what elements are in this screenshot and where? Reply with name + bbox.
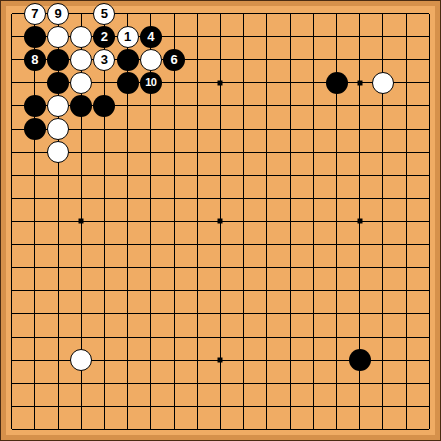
intersection-14-10[interactable]: [302, 210, 325, 233]
intersection-9-14[interactable]: [186, 302, 209, 325]
intersection-8-11[interactable]: [162, 233, 185, 256]
intersection-19-1[interactable]: [418, 2, 441, 25]
intersection-4-12[interactable]: [70, 256, 93, 279]
intersection-2-2[interactable]: [23, 25, 46, 48]
intersection-14-17[interactable]: [302, 372, 325, 395]
intersection-19-16[interactable]: [418, 349, 441, 372]
intersection-16-4[interactable]: [348, 71, 371, 94]
intersection-16-8[interactable]: [348, 164, 371, 187]
intersection-6-4[interactable]: [116, 71, 139, 94]
intersection-16-14[interactable]: [348, 302, 371, 325]
intersection-4-7[interactable]: [70, 141, 93, 164]
intersection-10-19[interactable]: [209, 418, 232, 441]
intersection-10-16[interactable]: [209, 349, 232, 372]
intersection-5-14[interactable]: [93, 302, 116, 325]
intersection-16-16[interactable]: [348, 349, 371, 372]
intersection-5-1[interactable]: 5: [93, 2, 116, 25]
intersection-15-2[interactable]: [325, 25, 348, 48]
intersection-18-15[interactable]: [395, 325, 418, 348]
intersection-11-6[interactable]: [232, 118, 255, 141]
intersection-15-19[interactable]: [325, 418, 348, 441]
intersection-5-12[interactable]: [93, 256, 116, 279]
intersection-18-16[interactable]: [395, 349, 418, 372]
intersection-8-15[interactable]: [162, 325, 185, 348]
intersection-11-11[interactable]: [232, 233, 255, 256]
intersection-1-3[interactable]: [0, 48, 23, 71]
intersection-17-11[interactable]: [371, 233, 394, 256]
intersection-2-5[interactable]: [23, 94, 46, 117]
intersection-7-15[interactable]: [139, 325, 162, 348]
intersection-9-12[interactable]: [186, 256, 209, 279]
intersection-6-18[interactable]: [116, 395, 139, 418]
intersection-13-11[interactable]: [279, 233, 302, 256]
intersection-14-16[interactable]: [302, 349, 325, 372]
intersection-6-13[interactable]: [116, 279, 139, 302]
intersection-14-8[interactable]: [302, 164, 325, 187]
intersection-8-2[interactable]: [162, 25, 185, 48]
intersection-17-3[interactable]: [371, 48, 394, 71]
intersection-2-19[interactable]: [23, 418, 46, 441]
intersection-11-12[interactable]: [232, 256, 255, 279]
intersection-8-3[interactable]: 6: [162, 48, 185, 71]
intersection-6-1[interactable]: [116, 2, 139, 25]
intersection-15-13[interactable]: [325, 279, 348, 302]
intersection-17-10[interactable]: [371, 210, 394, 233]
intersection-6-7[interactable]: [116, 141, 139, 164]
intersection-1-10[interactable]: [0, 210, 23, 233]
intersection-11-1[interactable]: [232, 2, 255, 25]
intersection-16-12[interactable]: [348, 256, 371, 279]
intersection-11-5[interactable]: [232, 94, 255, 117]
intersection-9-17[interactable]: [186, 372, 209, 395]
intersection-9-7[interactable]: [186, 141, 209, 164]
intersection-13-14[interactable]: [279, 302, 302, 325]
intersection-12-16[interactable]: [255, 349, 278, 372]
intersection-17-16[interactable]: [371, 349, 394, 372]
intersection-18-3[interactable]: [395, 48, 418, 71]
intersection-5-9[interactable]: [93, 187, 116, 210]
intersection-1-1[interactable]: [0, 2, 23, 25]
intersection-9-4[interactable]: [186, 71, 209, 94]
intersection-14-11[interactable]: [302, 233, 325, 256]
intersection-10-5[interactable]: [209, 94, 232, 117]
intersection-4-3[interactable]: [70, 48, 93, 71]
intersection-9-18[interactable]: [186, 395, 209, 418]
intersection-11-9[interactable]: [232, 187, 255, 210]
intersection-4-5[interactable]: [70, 94, 93, 117]
intersection-16-19[interactable]: [348, 418, 371, 441]
intersection-17-9[interactable]: [371, 187, 394, 210]
intersection-19-11[interactable]: [418, 233, 441, 256]
intersection-8-12[interactable]: [162, 256, 185, 279]
intersection-1-9[interactable]: [0, 187, 23, 210]
intersection-18-1[interactable]: [395, 2, 418, 25]
intersection-18-18[interactable]: [395, 395, 418, 418]
intersection-16-17[interactable]: [348, 372, 371, 395]
intersection-14-14[interactable]: [302, 302, 325, 325]
intersection-2-17[interactable]: [23, 372, 46, 395]
intersection-5-6[interactable]: [93, 118, 116, 141]
intersection-16-15[interactable]: [348, 325, 371, 348]
intersection-8-14[interactable]: [162, 302, 185, 325]
intersection-19-6[interactable]: [418, 118, 441, 141]
intersection-6-8[interactable]: [116, 164, 139, 187]
intersection-11-4[interactable]: [232, 71, 255, 94]
intersection-13-15[interactable]: [279, 325, 302, 348]
intersection-11-14[interactable]: [232, 302, 255, 325]
intersection-17-17[interactable]: [371, 372, 394, 395]
intersection-3-5[interactable]: [46, 94, 69, 117]
intersection-15-10[interactable]: [325, 210, 348, 233]
intersection-18-4[interactable]: [395, 71, 418, 94]
intersection-3-1[interactable]: 9: [46, 2, 69, 25]
intersection-7-13[interactable]: [139, 279, 162, 302]
intersection-17-4[interactable]: [371, 71, 394, 94]
intersection-3-11[interactable]: [46, 233, 69, 256]
intersection-14-15[interactable]: [302, 325, 325, 348]
intersection-15-7[interactable]: [325, 141, 348, 164]
intersection-4-11[interactable]: [70, 233, 93, 256]
intersection-8-4[interactable]: [162, 71, 185, 94]
intersection-13-3[interactable]: [279, 48, 302, 71]
intersection-19-12[interactable]: [418, 256, 441, 279]
intersection-18-7[interactable]: [395, 141, 418, 164]
intersection-13-10[interactable]: [279, 210, 302, 233]
intersection-10-6[interactable]: [209, 118, 232, 141]
intersection-17-18[interactable]: [371, 395, 394, 418]
intersection-1-5[interactable]: [0, 94, 23, 117]
intersection-17-12[interactable]: [371, 256, 394, 279]
intersection-19-19[interactable]: [418, 418, 441, 441]
intersection-11-13[interactable]: [232, 279, 255, 302]
intersection-1-12[interactable]: [0, 256, 23, 279]
intersection-12-14[interactable]: [255, 302, 278, 325]
intersection-8-9[interactable]: [162, 187, 185, 210]
intersection-16-13[interactable]: [348, 279, 371, 302]
intersection-1-8[interactable]: [0, 164, 23, 187]
intersection-2-6[interactable]: [23, 118, 46, 141]
intersection-17-5[interactable]: [371, 94, 394, 117]
intersection-3-4[interactable]: [46, 71, 69, 94]
intersection-7-5[interactable]: [139, 94, 162, 117]
intersection-3-12[interactable]: [46, 256, 69, 279]
intersection-15-3[interactable]: [325, 48, 348, 71]
intersection-18-11[interactable]: [395, 233, 418, 256]
intersection-17-15[interactable]: [371, 325, 394, 348]
intersection-7-17[interactable]: [139, 372, 162, 395]
intersection-11-7[interactable]: [232, 141, 255, 164]
intersection-8-6[interactable]: [162, 118, 185, 141]
intersection-7-4[interactable]: 10: [139, 71, 162, 94]
intersection-2-4[interactable]: [23, 71, 46, 94]
intersection-17-8[interactable]: [371, 164, 394, 187]
intersection-5-7[interactable]: [93, 141, 116, 164]
intersection-7-3[interactable]: [139, 48, 162, 71]
intersection-14-6[interactable]: [302, 118, 325, 141]
intersection-6-2[interactable]: 1: [116, 25, 139, 48]
intersection-18-12[interactable]: [395, 256, 418, 279]
intersection-18-9[interactable]: [395, 187, 418, 210]
intersection-15-11[interactable]: [325, 233, 348, 256]
intersection-14-3[interactable]: [302, 48, 325, 71]
intersection-7-8[interactable]: [139, 164, 162, 187]
intersection-19-13[interactable]: [418, 279, 441, 302]
intersection-5-15[interactable]: [93, 325, 116, 348]
intersection-10-10[interactable]: [209, 210, 232, 233]
intersection-3-6[interactable]: [46, 118, 69, 141]
intersection-18-5[interactable]: [395, 94, 418, 117]
intersection-16-5[interactable]: [348, 94, 371, 117]
intersection-4-10[interactable]: [70, 210, 93, 233]
intersection-17-2[interactable]: [371, 25, 394, 48]
intersection-2-8[interactable]: [23, 164, 46, 187]
intersection-7-7[interactable]: [139, 141, 162, 164]
intersection-11-15[interactable]: [232, 325, 255, 348]
intersection-2-13[interactable]: [23, 279, 46, 302]
intersection-2-15[interactable]: [23, 325, 46, 348]
intersection-12-7[interactable]: [255, 141, 278, 164]
intersection-9-19[interactable]: [186, 418, 209, 441]
intersection-8-13[interactable]: [162, 279, 185, 302]
intersection-10-15[interactable]: [209, 325, 232, 348]
intersection-4-14[interactable]: [70, 302, 93, 325]
intersection-7-16[interactable]: [139, 349, 162, 372]
intersection-5-5[interactable]: [93, 94, 116, 117]
intersection-15-15[interactable]: [325, 325, 348, 348]
intersection-13-19[interactable]: [279, 418, 302, 441]
intersection-15-8[interactable]: [325, 164, 348, 187]
intersection-5-2[interactable]: 2: [93, 25, 116, 48]
intersection-15-17[interactable]: [325, 372, 348, 395]
intersection-3-2[interactable]: [46, 25, 69, 48]
intersection-4-17[interactable]: [70, 372, 93, 395]
intersection-17-6[interactable]: [371, 118, 394, 141]
intersection-10-17[interactable]: [209, 372, 232, 395]
intersection-3-9[interactable]: [46, 187, 69, 210]
intersection-14-1[interactable]: [302, 2, 325, 25]
intersection-9-6[interactable]: [186, 118, 209, 141]
intersection-1-19[interactable]: [0, 418, 23, 441]
intersection-10-12[interactable]: [209, 256, 232, 279]
intersection-19-18[interactable]: [418, 395, 441, 418]
intersection-4-19[interactable]: [70, 418, 93, 441]
intersection-18-6[interactable]: [395, 118, 418, 141]
intersection-1-18[interactable]: [0, 395, 23, 418]
intersection-7-6[interactable]: [139, 118, 162, 141]
intersection-15-6[interactable]: [325, 118, 348, 141]
intersection-1-16[interactable]: [0, 349, 23, 372]
intersection-1-4[interactable]: [0, 71, 23, 94]
intersection-10-4[interactable]: [209, 71, 232, 94]
intersection-17-19[interactable]: [371, 418, 394, 441]
intersection-11-19[interactable]: [232, 418, 255, 441]
intersection-17-14[interactable]: [371, 302, 394, 325]
intersection-19-14[interactable]: [418, 302, 441, 325]
intersection-9-11[interactable]: [186, 233, 209, 256]
intersection-3-19[interactable]: [46, 418, 69, 441]
intersection-2-7[interactable]: [23, 141, 46, 164]
intersection-13-4[interactable]: [279, 71, 302, 94]
intersection-16-1[interactable]: [348, 2, 371, 25]
intersection-11-18[interactable]: [232, 395, 255, 418]
intersection-12-9[interactable]: [255, 187, 278, 210]
intersection-1-13[interactable]: [0, 279, 23, 302]
intersection-4-1[interactable]: [70, 2, 93, 25]
intersection-6-14[interactable]: [116, 302, 139, 325]
intersection-10-18[interactable]: [209, 395, 232, 418]
intersection-9-9[interactable]: [186, 187, 209, 210]
intersection-14-19[interactable]: [302, 418, 325, 441]
intersection-7-10[interactable]: [139, 210, 162, 233]
intersection-10-8[interactable]: [209, 164, 232, 187]
intersection-3-16[interactable]: [46, 349, 69, 372]
intersection-13-6[interactable]: [279, 118, 302, 141]
intersection-4-16[interactable]: [70, 349, 93, 372]
intersection-9-2[interactable]: [186, 25, 209, 48]
intersection-9-5[interactable]: [186, 94, 209, 117]
intersection-12-17[interactable]: [255, 372, 278, 395]
intersection-8-7[interactable]: [162, 141, 185, 164]
intersection-19-15[interactable]: [418, 325, 441, 348]
intersection-4-18[interactable]: [70, 395, 93, 418]
intersection-13-2[interactable]: [279, 25, 302, 48]
intersection-4-8[interactable]: [70, 164, 93, 187]
intersection-12-1[interactable]: [255, 2, 278, 25]
intersection-16-11[interactable]: [348, 233, 371, 256]
intersection-3-17[interactable]: [46, 372, 69, 395]
intersection-6-5[interactable]: [116, 94, 139, 117]
intersection-12-2[interactable]: [255, 25, 278, 48]
intersection-10-1[interactable]: [209, 2, 232, 25]
intersection-1-15[interactable]: [0, 325, 23, 348]
intersection-3-14[interactable]: [46, 302, 69, 325]
intersection-7-19[interactable]: [139, 418, 162, 441]
intersection-14-7[interactable]: [302, 141, 325, 164]
intersection-9-13[interactable]: [186, 279, 209, 302]
intersection-5-16[interactable]: [93, 349, 116, 372]
intersection-18-17[interactable]: [395, 372, 418, 395]
intersection-9-3[interactable]: [186, 48, 209, 71]
intersection-11-10[interactable]: [232, 210, 255, 233]
intersection-6-16[interactable]: [116, 349, 139, 372]
intersection-5-17[interactable]: [93, 372, 116, 395]
intersection-19-4[interactable]: [418, 71, 441, 94]
intersection-17-1[interactable]: [371, 2, 394, 25]
intersection-8-10[interactable]: [162, 210, 185, 233]
intersection-1-11[interactable]: [0, 233, 23, 256]
intersection-7-18[interactable]: [139, 395, 162, 418]
intersection-5-10[interactable]: [93, 210, 116, 233]
intersection-16-10[interactable]: [348, 210, 371, 233]
intersection-12-13[interactable]: [255, 279, 278, 302]
intersection-7-1[interactable]: [139, 2, 162, 25]
intersection-3-8[interactable]: [46, 164, 69, 187]
intersection-14-5[interactable]: [302, 94, 325, 117]
intersection-5-3[interactable]: 3: [93, 48, 116, 71]
intersection-6-6[interactable]: [116, 118, 139, 141]
intersection-12-12[interactable]: [255, 256, 278, 279]
intersection-18-2[interactable]: [395, 25, 418, 48]
intersection-8-8[interactable]: [162, 164, 185, 187]
intersection-15-9[interactable]: [325, 187, 348, 210]
intersection-2-18[interactable]: [23, 395, 46, 418]
intersection-19-3[interactable]: [418, 48, 441, 71]
intersection-15-5[interactable]: [325, 94, 348, 117]
intersection-4-9[interactable]: [70, 187, 93, 210]
intersection-6-15[interactable]: [116, 325, 139, 348]
intersection-10-13[interactable]: [209, 279, 232, 302]
intersection-5-13[interactable]: [93, 279, 116, 302]
intersection-13-13[interactable]: [279, 279, 302, 302]
intersection-19-7[interactable]: [418, 141, 441, 164]
intersection-13-5[interactable]: [279, 94, 302, 117]
intersection-9-8[interactable]: [186, 164, 209, 187]
intersection-1-7[interactable]: [0, 141, 23, 164]
intersection-14-13[interactable]: [302, 279, 325, 302]
intersection-3-15[interactable]: [46, 325, 69, 348]
intersection-15-4[interactable]: [325, 71, 348, 94]
intersection-7-9[interactable]: [139, 187, 162, 210]
intersection-7-14[interactable]: [139, 302, 162, 325]
intersection-13-9[interactable]: [279, 187, 302, 210]
intersection-15-18[interactable]: [325, 395, 348, 418]
intersection-18-8[interactable]: [395, 164, 418, 187]
intersection-11-8[interactable]: [232, 164, 255, 187]
intersection-2-10[interactable]: [23, 210, 46, 233]
intersection-11-2[interactable]: [232, 25, 255, 48]
intersection-16-7[interactable]: [348, 141, 371, 164]
intersection-19-8[interactable]: [418, 164, 441, 187]
intersection-2-9[interactable]: [23, 187, 46, 210]
intersection-6-3[interactable]: [116, 48, 139, 71]
intersection-11-17[interactable]: [232, 372, 255, 395]
intersection-11-3[interactable]: [232, 48, 255, 71]
intersection-2-12[interactable]: [23, 256, 46, 279]
intersection-15-1[interactable]: [325, 2, 348, 25]
intersection-16-6[interactable]: [348, 118, 371, 141]
intersection-13-8[interactable]: [279, 164, 302, 187]
intersection-3-10[interactable]: [46, 210, 69, 233]
intersection-19-9[interactable]: [418, 187, 441, 210]
intersection-12-3[interactable]: [255, 48, 278, 71]
intersection-14-2[interactable]: [302, 25, 325, 48]
intersection-16-18[interactable]: [348, 395, 371, 418]
intersection-14-12[interactable]: [302, 256, 325, 279]
intersection-19-2[interactable]: [418, 25, 441, 48]
intersection-16-9[interactable]: [348, 187, 371, 210]
intersection-3-7[interactable]: [46, 141, 69, 164]
intersection-6-17[interactable]: [116, 372, 139, 395]
intersection-12-4[interactable]: [255, 71, 278, 94]
intersection-13-7[interactable]: [279, 141, 302, 164]
intersection-18-19[interactable]: [395, 418, 418, 441]
intersection-15-16[interactable]: [325, 349, 348, 372]
intersection-16-2[interactable]: [348, 25, 371, 48]
intersection-13-12[interactable]: [279, 256, 302, 279]
intersection-2-1[interactable]: 7: [23, 2, 46, 25]
intersection-5-19[interactable]: [93, 418, 116, 441]
intersection-12-5[interactable]: [255, 94, 278, 117]
intersection-12-6[interactable]: [255, 118, 278, 141]
intersection-7-12[interactable]: [139, 256, 162, 279]
intersection-3-13[interactable]: [46, 279, 69, 302]
intersection-13-1[interactable]: [279, 2, 302, 25]
intersection-1-2[interactable]: [0, 25, 23, 48]
intersection-6-9[interactable]: [116, 187, 139, 210]
intersection-8-5[interactable]: [162, 94, 185, 117]
intersection-8-17[interactable]: [162, 372, 185, 395]
intersection-4-2[interactable]: [70, 25, 93, 48]
